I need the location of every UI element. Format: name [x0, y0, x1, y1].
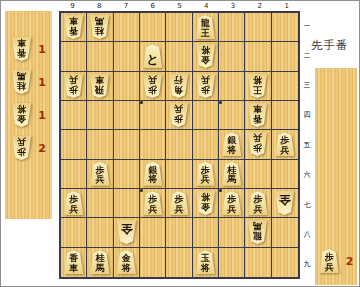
shogi-piece-歩兵[interactable]: 歩兵: [274, 132, 295, 156]
piece-kanji: 全: [279, 192, 291, 207]
board-cell-3八[interactable]: [219, 218, 245, 247]
hand-count: 1: [38, 43, 46, 56]
shogi-piece-玉将[interactable]: 玉将: [195, 250, 216, 274]
hand-entry-歩兵[interactable]: 歩兵2: [319, 249, 354, 273]
shogi-piece-歩兵[interactable]: 歩兵: [195, 74, 216, 98]
piece-kanji: 将: [201, 45, 210, 55]
board-cell-4七[interactable]: 金将: [193, 189, 219, 218]
piece-kanji: 龍: [253, 231, 262, 241]
rank-label: 三: [301, 71, 313, 101]
piece-kanji: 車: [69, 16, 78, 26]
board-cell-4一[interactable]: 龍王: [193, 13, 219, 42]
board-cell-8三[interactable]: 飛車: [87, 72, 113, 101]
piece-kanji: 金: [17, 114, 26, 124]
shogi-piece-角行[interactable]: 角行: [168, 74, 189, 98]
board-cell-1一[interactable]: [272, 13, 298, 42]
board-cell-6七[interactable]: 歩兵: [140, 189, 166, 218]
shogi-piece-歩兵[interactable]: 歩兵: [11, 136, 32, 160]
file-label: 9: [59, 1, 86, 11]
board-cell-5二[interactable]: [166, 42, 192, 71]
board-cell-7三[interactable]: [114, 72, 140, 101]
board-cell-9八[interactable]: [61, 218, 87, 247]
board-cell-1四[interactable]: [272, 101, 298, 130]
board-cell-4六[interactable]: 歩兵: [193, 160, 219, 189]
board-cell-9二[interactable]: [61, 42, 87, 71]
board-cell-5六[interactable]: [166, 160, 192, 189]
piece-kanji: 兵: [148, 205, 157, 215]
board-cell-9七[interactable]: 歩兵: [61, 189, 87, 218]
board-cell-2一[interactable]: [245, 13, 271, 42]
shogi-piece-桂馬[interactable]: 桂馬: [89, 15, 110, 39]
board-cell-9一[interactable]: 香車: [61, 13, 87, 42]
piece-kanji: 歩: [69, 84, 78, 94]
board-cell-9四[interactable]: [61, 101, 87, 130]
board-cell-9三[interactable]: 歩兵: [61, 72, 87, 101]
board-cell-8五[interactable]: [87, 130, 113, 159]
board-cell-4八[interactable]: [193, 218, 219, 247]
rank-labels: 一二三四五六七八九: [301, 11, 313, 279]
board-cell-5八[interactable]: [166, 218, 192, 247]
shogi-piece-歩兵[interactable]: 歩兵: [63, 191, 84, 215]
board-cell-2七[interactable]: 歩兵: [245, 189, 271, 218]
piece-kanji: 将: [227, 146, 236, 156]
hand-entry-香車[interactable]: 香車1: [11, 37, 46, 61]
piece-kanji: 将: [201, 264, 210, 274]
board-cell-4九[interactable]: 玉将: [193, 248, 219, 277]
board-cell-6一[interactable]: [140, 13, 166, 42]
board-cell-5七[interactable]: 歩兵: [166, 189, 192, 218]
board-cell-6三[interactable]: 歩兵: [140, 72, 166, 101]
shogi-piece-歩兵[interactable]: 歩兵: [168, 103, 189, 127]
board-cell-6九[interactable]: [140, 248, 166, 277]
piece-kanji: 兵: [95, 175, 104, 185]
piece-kanji: 兵: [280, 146, 289, 156]
piece-kanji: 兵: [69, 205, 78, 215]
piece-kanji: 兵: [227, 205, 236, 215]
board-cell-5九[interactable]: [166, 248, 192, 277]
shogi-app-window: 先手番 987654321 香車桂馬龍王と金将歩兵飛車歩兵角行歩兵王将歩兵香車銀…: [0, 0, 360, 287]
shogi-piece-龍王[interactable]: 龍王: [195, 15, 216, 39]
piece-kanji: 車: [17, 38, 26, 48]
piece-kanji: 桂: [95, 26, 104, 36]
board-cell-3六[interactable]: 桂馬: [219, 160, 245, 189]
board-cell-7七[interactable]: [114, 189, 140, 218]
board-cell-4二[interactable]: 金将: [193, 42, 219, 71]
file-label: 6: [139, 1, 166, 11]
board-cell-5一[interactable]: [166, 13, 192, 42]
piece-kanji: 飛: [95, 84, 104, 94]
piece-kanji: 兵: [17, 137, 26, 147]
piece-kanji: 将: [253, 75, 262, 85]
board-cell-5五[interactable]: [166, 130, 192, 159]
piece-kanji: 馬: [17, 71, 26, 81]
shogi-piece-歩兵[interactable]: 歩兵: [221, 191, 242, 215]
board-cell-1二[interactable]: [272, 42, 298, 71]
board-cell-8一[interactable]: 桂馬: [87, 13, 113, 42]
piece-kanji: 馬: [95, 264, 104, 274]
board-cell-2五[interactable]: 歩兵: [245, 130, 271, 159]
file-label: 2: [246, 1, 273, 11]
rank-label: 八: [301, 219, 313, 249]
rank-label: 九: [301, 249, 313, 279]
hoshi-dot: [219, 189, 222, 192]
board-cell-2六[interactable]: [245, 160, 271, 189]
shogi-piece-歩兵[interactable]: 歩兵: [247, 191, 268, 215]
board-cell-7六[interactable]: [114, 160, 140, 189]
piece-kanji: 歩: [201, 84, 210, 94]
piece-kanji: 車: [253, 104, 262, 114]
piece-kanji: 香: [253, 114, 262, 124]
shogi-piece-桂馬[interactable]: 桂馬: [11, 70, 32, 94]
board-cell-7一[interactable]: [114, 13, 140, 42]
shogi-piece-と[interactable]: と: [142, 44, 163, 68]
piece-kanji: 車: [95, 75, 104, 85]
piece-kanji: 香: [17, 48, 26, 58]
hand-entry-歩兵[interactable]: 歩兵2: [11, 136, 46, 160]
turn-indicator: 先手番: [311, 38, 349, 53]
board-cell-1三[interactable]: [272, 72, 298, 101]
board-cell-8二[interactable]: [87, 42, 113, 71]
piece-kanji: 歩: [253, 143, 262, 153]
piece-kanji: 兵: [325, 263, 334, 273]
board-cell-1五[interactable]: 歩兵: [272, 130, 298, 159]
hand-count: 1: [38, 109, 46, 122]
piece-kanji: 兵: [69, 75, 78, 85]
piece-kanji: 将: [201, 192, 210, 202]
board-cell-1七[interactable]: 全: [272, 189, 298, 218]
shogi-piece-歩兵[interactable]: 歩兵: [63, 74, 84, 98]
hand-count: 1: [38, 76, 46, 89]
piece-kanji: 将: [148, 175, 157, 185]
board-cell-7四[interactable]: [114, 101, 140, 130]
file-label: 3: [220, 1, 247, 11]
board-cell-3三[interactable]: [219, 72, 245, 101]
komadai-gote: 香車1桂馬1金将1歩兵2: [5, 11, 52, 219]
piece-kanji: 馬: [227, 175, 236, 185]
piece-kanji: 桂: [17, 81, 26, 91]
piece-kanji: 馬: [95, 16, 104, 26]
board-cell-4四[interactable]: [193, 101, 219, 130]
board-cell-5四[interactable]: 歩兵: [166, 101, 192, 130]
rank-label: 七: [301, 190, 313, 220]
shogi-piece-桂馬[interactable]: 桂馬: [89, 250, 110, 274]
file-label: 5: [166, 1, 193, 11]
piece-kanji: 兵: [148, 75, 157, 85]
piece-kanji: 行: [174, 75, 183, 85]
board-cell-2八[interactable]: 龍馬: [245, 218, 271, 247]
shogi-piece-銀将[interactable]: 銀将: [142, 162, 163, 186]
hoshi-dot: [219, 101, 222, 104]
shogi-piece-香車[interactable]: 香車: [63, 250, 84, 274]
board-grid: 香車桂馬龍王と金将歩兵飛車歩兵角行歩兵王将歩兵香車銀将歩兵歩兵歩兵銀将歩兵桂馬歩…: [59, 11, 300, 279]
shogi-piece-全[interactable]: 全: [274, 191, 295, 215]
board-cell-4三[interactable]: 歩兵: [193, 72, 219, 101]
shogi-piece-歩兵[interactable]: 歩兵: [142, 191, 163, 215]
komadai-sente: 歩兵2: [315, 68, 357, 285]
board-cell-9五[interactable]: [61, 130, 87, 159]
board-cell-2九[interactable]: [245, 248, 271, 277]
shogi-piece-歩兵[interactable]: 歩兵: [247, 132, 268, 156]
board-cell-8八[interactable]: [87, 218, 113, 247]
piece-kanji: 王: [201, 29, 210, 39]
board-cell-7二[interactable]: [114, 42, 140, 71]
board-cell-7八[interactable]: 全: [114, 218, 140, 247]
board-cell-8六[interactable]: 歩兵: [87, 160, 113, 189]
board-cell-9九[interactable]: 香車: [61, 248, 87, 277]
piece-kanji: 歩: [174, 114, 183, 124]
board-cell-8七[interactable]: [87, 189, 113, 218]
board-cell-7五[interactable]: [114, 130, 140, 159]
piece-kanji: 歩: [17, 147, 26, 157]
piece-kanji: と: [147, 52, 159, 67]
board-cell-3五[interactable]: 銀将: [219, 130, 245, 159]
board-cell-6六[interactable]: 銀将: [140, 160, 166, 189]
piece-kanji: 兵: [174, 104, 183, 114]
piece-kanji: 馬: [253, 221, 262, 231]
shogi-piece-金将[interactable]: 金将: [195, 44, 216, 68]
shogi-piece-歩兵[interactable]: 歩兵: [319, 249, 340, 273]
shogi-piece-歩兵[interactable]: 歩兵: [168, 191, 189, 215]
piece-kanji: 金: [201, 55, 210, 65]
board-cell-2三[interactable]: 王将: [245, 72, 271, 101]
shogi-piece-桂馬[interactable]: 桂馬: [221, 162, 242, 186]
hoshi-dot: [140, 189, 143, 192]
hoshi-dot: [140, 101, 143, 104]
piece-kanji: 兵: [253, 133, 262, 143]
rank-label: 四: [301, 100, 313, 130]
piece-kanji: 歩: [148, 84, 157, 94]
board-cell-6五[interactable]: [140, 130, 166, 159]
board-cell-6四[interactable]: [140, 101, 166, 130]
piece-kanji: 車: [69, 264, 78, 274]
shogi-piece-王将[interactable]: 王将: [247, 74, 268, 98]
piece-kanji: 兵: [253, 205, 262, 215]
shogi-piece-金将[interactable]: 金将: [116, 250, 137, 274]
board-cell-3四[interactable]: [219, 101, 245, 130]
shogi-piece-歩兵[interactable]: 歩兵: [195, 162, 216, 186]
hand-entry-桂馬[interactable]: 桂馬1: [11, 70, 46, 94]
board-cell-3一[interactable]: [219, 13, 245, 42]
board-cell-5三[interactable]: 角行: [166, 72, 192, 101]
board-cell-1八[interactable]: [272, 218, 298, 247]
board-cell-7九[interactable]: 金将: [114, 248, 140, 277]
board-cell-9六[interactable]: [61, 160, 87, 189]
rank-label: 六: [301, 160, 313, 190]
shogi-piece-歩兵[interactable]: 歩兵: [142, 74, 163, 98]
rank-label: 一: [301, 11, 313, 41]
piece-kanji: 王: [253, 84, 262, 94]
rank-label: 五: [301, 130, 313, 160]
hand-count: 2: [38, 142, 46, 155]
shogi-piece-金将[interactable]: 金将: [11, 103, 32, 127]
shogi-piece-香車[interactable]: 香車: [11, 37, 32, 61]
board-cell-6八[interactable]: [140, 218, 166, 247]
piece-kanji: 兵: [201, 175, 210, 185]
file-label: 8: [86, 1, 113, 11]
shogi-piece-飛車[interactable]: 飛車: [89, 74, 110, 98]
board-cell-2二[interactable]: [245, 42, 271, 71]
file-label: 7: [113, 1, 140, 11]
piece-kanji: 香: [69, 26, 78, 36]
board-cell-1六[interactable]: [272, 160, 298, 189]
piece-kanji: 将: [17, 104, 26, 114]
shogi-piece-全[interactable]: 全: [116, 220, 137, 244]
file-label: 4: [193, 1, 220, 11]
board-cell-3七[interactable]: 歩兵: [219, 189, 245, 218]
board-cell-4五[interactable]: [193, 130, 219, 159]
piece-kanji: 全: [120, 221, 132, 236]
piece-kanji: 将: [122, 264, 131, 274]
shogi-piece-香車[interactable]: 香車: [63, 15, 84, 39]
piece-kanji: 兵: [174, 205, 183, 215]
shogi-piece-香車[interactable]: 香車: [247, 103, 268, 127]
board-cell-3九[interactable]: [219, 248, 245, 277]
shogi-piece-歩兵[interactable]: 歩兵: [89, 162, 110, 186]
piece-kanji: 金: [201, 202, 210, 212]
shogi-piece-銀将[interactable]: 銀将: [221, 132, 242, 156]
rank-label: 二: [301, 41, 313, 71]
board-cell-3二[interactable]: [219, 42, 245, 71]
board-cell-2四[interactable]: 香車: [245, 101, 271, 130]
shogi-piece-金将[interactable]: 金将: [195, 191, 216, 215]
hand-entry-金将[interactable]: 金将1: [11, 103, 46, 127]
board-cell-6二[interactable]: と: [140, 42, 166, 71]
hand-count: 2: [346, 255, 354, 268]
file-labels: 987654321: [59, 1, 300, 11]
board-cell-8九[interactable]: 桂馬: [87, 248, 113, 277]
piece-kanji: 兵: [201, 75, 210, 85]
piece-kanji: 角: [174, 84, 183, 94]
shogi-piece-龍馬[interactable]: 龍馬: [247, 220, 268, 244]
board-cell-1九[interactable]: [272, 248, 298, 277]
board-cell-8四[interactable]: [87, 101, 113, 130]
file-label: 1: [273, 1, 300, 11]
